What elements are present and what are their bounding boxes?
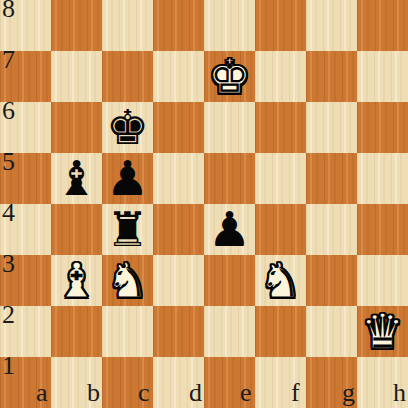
square-e7[interactable]: ♚ <box>204 51 255 102</box>
square-g8[interactable] <box>306 0 357 51</box>
square-h3[interactable] <box>357 255 408 306</box>
square-h1[interactable] <box>357 357 408 408</box>
square-c8[interactable] <box>102 0 153 51</box>
black-rook[interactable]: ♜ <box>106 204 149 255</box>
square-c7[interactable] <box>102 51 153 102</box>
square-d7[interactable] <box>153 51 204 102</box>
square-f8[interactable] <box>255 0 306 51</box>
square-b4[interactable] <box>51 204 102 255</box>
square-e2[interactable] <box>204 306 255 357</box>
white-knight[interactable]: ♞ <box>259 255 302 306</box>
square-b3[interactable]: ♝ <box>51 255 102 306</box>
square-a7[interactable] <box>0 51 51 102</box>
square-f4[interactable] <box>255 204 306 255</box>
square-g4[interactable] <box>306 204 357 255</box>
square-a8[interactable] <box>0 0 51 51</box>
square-c6[interactable]: ♚ <box>102 102 153 153</box>
square-b8[interactable] <box>51 0 102 51</box>
square-d3[interactable] <box>153 255 204 306</box>
square-f2[interactable] <box>255 306 306 357</box>
square-a6[interactable] <box>0 102 51 153</box>
square-e6[interactable] <box>204 102 255 153</box>
square-c2[interactable] <box>102 306 153 357</box>
square-f7[interactable] <box>255 51 306 102</box>
square-d2[interactable] <box>153 306 204 357</box>
square-f1[interactable] <box>255 357 306 408</box>
white-king[interactable]: ♚ <box>208 51 251 102</box>
black-pawn[interactable]: ♟ <box>208 204 251 255</box>
square-g7[interactable] <box>306 51 357 102</box>
board-wrap: ♚♚♝♟♜♟♝♞♞♛ 87654321abcdefgh <box>0 0 408 408</box>
square-e3[interactable] <box>204 255 255 306</box>
square-c1[interactable] <box>102 357 153 408</box>
square-d4[interactable] <box>153 204 204 255</box>
square-h2[interactable]: ♛ <box>357 306 408 357</box>
white-queen[interactable]: ♛ <box>361 306 404 357</box>
square-a2[interactable] <box>0 306 51 357</box>
square-g3[interactable] <box>306 255 357 306</box>
black-king[interactable]: ♚ <box>106 102 149 153</box>
square-e8[interactable] <box>204 0 255 51</box>
square-a1[interactable] <box>0 357 51 408</box>
square-d5[interactable] <box>153 153 204 204</box>
chess-board: ♚♚♝♟♜♟♝♞♞♛ <box>0 0 408 408</box>
square-f5[interactable] <box>255 153 306 204</box>
square-c3[interactable]: ♞ <box>102 255 153 306</box>
square-d1[interactable] <box>153 357 204 408</box>
square-h8[interactable] <box>357 0 408 51</box>
square-d8[interactable] <box>153 0 204 51</box>
square-h5[interactable] <box>357 153 408 204</box>
square-h7[interactable] <box>357 51 408 102</box>
square-g5[interactable] <box>306 153 357 204</box>
square-a3[interactable] <box>0 255 51 306</box>
square-e1[interactable] <box>204 357 255 408</box>
square-c4[interactable]: ♜ <box>102 204 153 255</box>
square-h6[interactable] <box>357 102 408 153</box>
square-b7[interactable] <box>51 51 102 102</box>
white-knight[interactable]: ♞ <box>106 255 149 306</box>
white-bishop[interactable]: ♝ <box>55 255 98 306</box>
square-g2[interactable] <box>306 306 357 357</box>
square-g1[interactable] <box>306 357 357 408</box>
square-b2[interactable] <box>51 306 102 357</box>
square-c5[interactable]: ♟ <box>102 153 153 204</box>
square-d6[interactable] <box>153 102 204 153</box>
square-a5[interactable] <box>0 153 51 204</box>
square-f3[interactable]: ♞ <box>255 255 306 306</box>
square-b5[interactable]: ♝ <box>51 153 102 204</box>
square-f6[interactable] <box>255 102 306 153</box>
square-b1[interactable] <box>51 357 102 408</box>
square-h4[interactable] <box>357 204 408 255</box>
black-pawn[interactable]: ♟ <box>106 153 149 204</box>
square-e4[interactable]: ♟ <box>204 204 255 255</box>
square-a4[interactable] <box>0 204 51 255</box>
square-g6[interactable] <box>306 102 357 153</box>
square-b6[interactable] <box>51 102 102 153</box>
square-e5[interactable] <box>204 153 255 204</box>
black-bishop[interactable]: ♝ <box>55 153 98 204</box>
